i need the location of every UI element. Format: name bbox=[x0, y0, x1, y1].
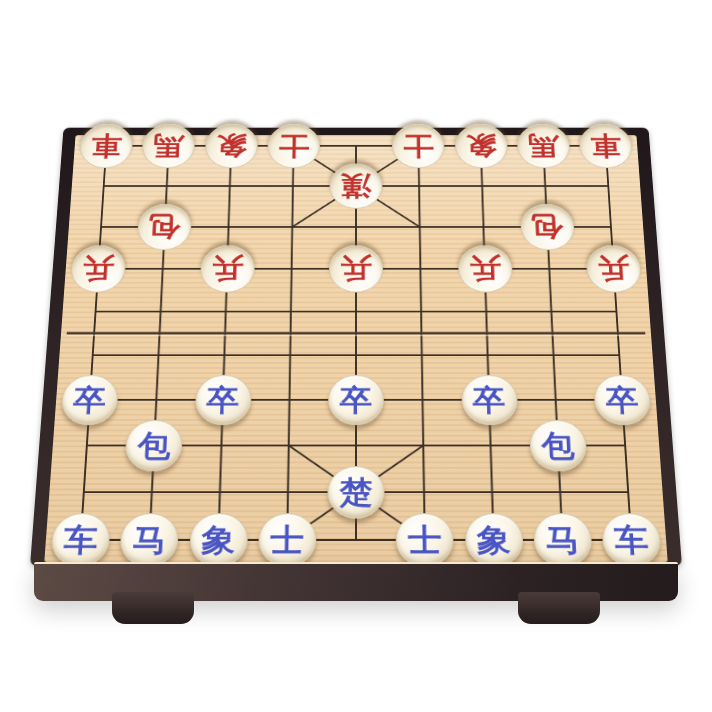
piece-glyph: 车 bbox=[613, 524, 649, 556]
scene: 車馬象士士象馬車漢包包兵兵兵兵兵卒卒卒卒卒包包楚车马象士士象马车 bbox=[0, 0, 712, 712]
piece-glyph: 士 bbox=[408, 524, 442, 556]
piece-glyph: 車 bbox=[90, 133, 122, 159]
piece-glyph: 卒 bbox=[340, 385, 373, 415]
piece-glyph: 士 bbox=[278, 133, 309, 159]
piece-glyph: 兵 bbox=[211, 255, 244, 283]
piece-blue-chariot[interactable]: 车 bbox=[50, 513, 111, 567]
piece-red-elephant[interactable]: 象 bbox=[204, 124, 258, 168]
piece-blue-cannon[interactable]: 包 bbox=[125, 420, 184, 471]
piece-red-horse[interactable]: 馬 bbox=[516, 124, 570, 168]
board-foot-right bbox=[518, 592, 600, 624]
piece-blue-advisor[interactable]: 士 bbox=[258, 513, 317, 567]
piece-blue-soldier[interactable]: 卒 bbox=[328, 375, 384, 425]
piece-glyph: 兵 bbox=[597, 255, 630, 283]
piece-glyph: 包 bbox=[541, 430, 576, 460]
piece-glyph: 兵 bbox=[469, 255, 502, 283]
piece-glyph: 包 bbox=[148, 213, 181, 240]
piece-glyph: 馬 bbox=[527, 133, 559, 159]
piece-red-soldier[interactable]: 兵 bbox=[199, 245, 254, 292]
piece-blue-advisor[interactable]: 士 bbox=[396, 513, 455, 567]
piece-blue-chariot[interactable]: 车 bbox=[601, 513, 662, 567]
piece-glyph: 象 bbox=[476, 524, 511, 556]
piece-glyph: 馬 bbox=[153, 133, 185, 159]
piece-red-cannon[interactable]: 包 bbox=[137, 204, 193, 250]
piece-red-advisor[interactable]: 士 bbox=[267, 124, 320, 168]
piece-glyph: 象 bbox=[215, 133, 246, 159]
piece-glyph: 包 bbox=[137, 430, 172, 460]
piece-glyph: 漢 bbox=[340, 173, 371, 200]
piece-glyph: 車 bbox=[590, 133, 622, 159]
piece-glyph: 马 bbox=[132, 524, 167, 556]
piece-blue-horse[interactable]: 马 bbox=[119, 513, 179, 567]
piece-red-general[interactable]: 漢 bbox=[329, 164, 382, 209]
pieces-layer: 車馬象士士象馬車漢包包兵兵兵兵兵卒卒卒卒卒包包楚车马象士士象马车 bbox=[44, 135, 667, 562]
piece-red-horse[interactable]: 馬 bbox=[141, 124, 195, 168]
piece-glyph: 象 bbox=[465, 133, 496, 159]
piece-blue-horse[interactable]: 马 bbox=[533, 513, 593, 567]
piece-red-soldier[interactable]: 兵 bbox=[457, 245, 512, 292]
piece-glyph: 楚 bbox=[339, 477, 373, 508]
piece-red-soldier[interactable]: 兵 bbox=[585, 245, 642, 292]
piece-glyph: 包 bbox=[531, 213, 564, 240]
xiangqi-board: 車馬象士士象馬車漢包包兵兵兵兵兵卒卒卒卒卒包包楚车马象士士象马车 bbox=[30, 128, 682, 566]
piece-glyph: 兵 bbox=[340, 255, 372, 283]
board-foot-left bbox=[112, 592, 194, 624]
piece-glyph: 象 bbox=[201, 524, 236, 556]
piece-blue-elephant[interactable]: 象 bbox=[188, 513, 247, 567]
piece-red-soldier[interactable]: 兵 bbox=[329, 245, 383, 292]
piece-glyph: 车 bbox=[63, 524, 99, 556]
piece-blue-general[interactable]: 楚 bbox=[327, 466, 384, 519]
piece-red-cannon[interactable]: 包 bbox=[520, 204, 576, 250]
piece-glyph: 卒 bbox=[206, 385, 240, 415]
piece-blue-soldier[interactable]: 卒 bbox=[461, 375, 518, 425]
piece-blue-elephant[interactable]: 象 bbox=[464, 513, 523, 567]
piece-blue-soldier[interactable]: 卒 bbox=[593, 375, 652, 425]
piece-blue-cannon[interactable]: 包 bbox=[529, 420, 588, 471]
piece-glyph: 士 bbox=[270, 524, 304, 556]
piece-glyph: 士 bbox=[403, 133, 434, 159]
piece-glyph: 卒 bbox=[72, 385, 107, 415]
piece-red-elephant[interactable]: 象 bbox=[454, 124, 508, 168]
piece-red-soldier[interactable]: 兵 bbox=[70, 245, 127, 292]
piece-glyph: 兵 bbox=[82, 255, 115, 283]
piece-glyph: 卒 bbox=[605, 385, 640, 415]
piece-blue-soldier[interactable]: 卒 bbox=[194, 375, 251, 425]
piece-glyph: 马 bbox=[545, 524, 580, 556]
piece-red-chariot[interactable]: 車 bbox=[79, 124, 134, 168]
piece-blue-soldier[interactable]: 卒 bbox=[60, 375, 119, 425]
piece-red-advisor[interactable]: 士 bbox=[392, 124, 445, 168]
piece-glyph: 卒 bbox=[472, 385, 506, 415]
